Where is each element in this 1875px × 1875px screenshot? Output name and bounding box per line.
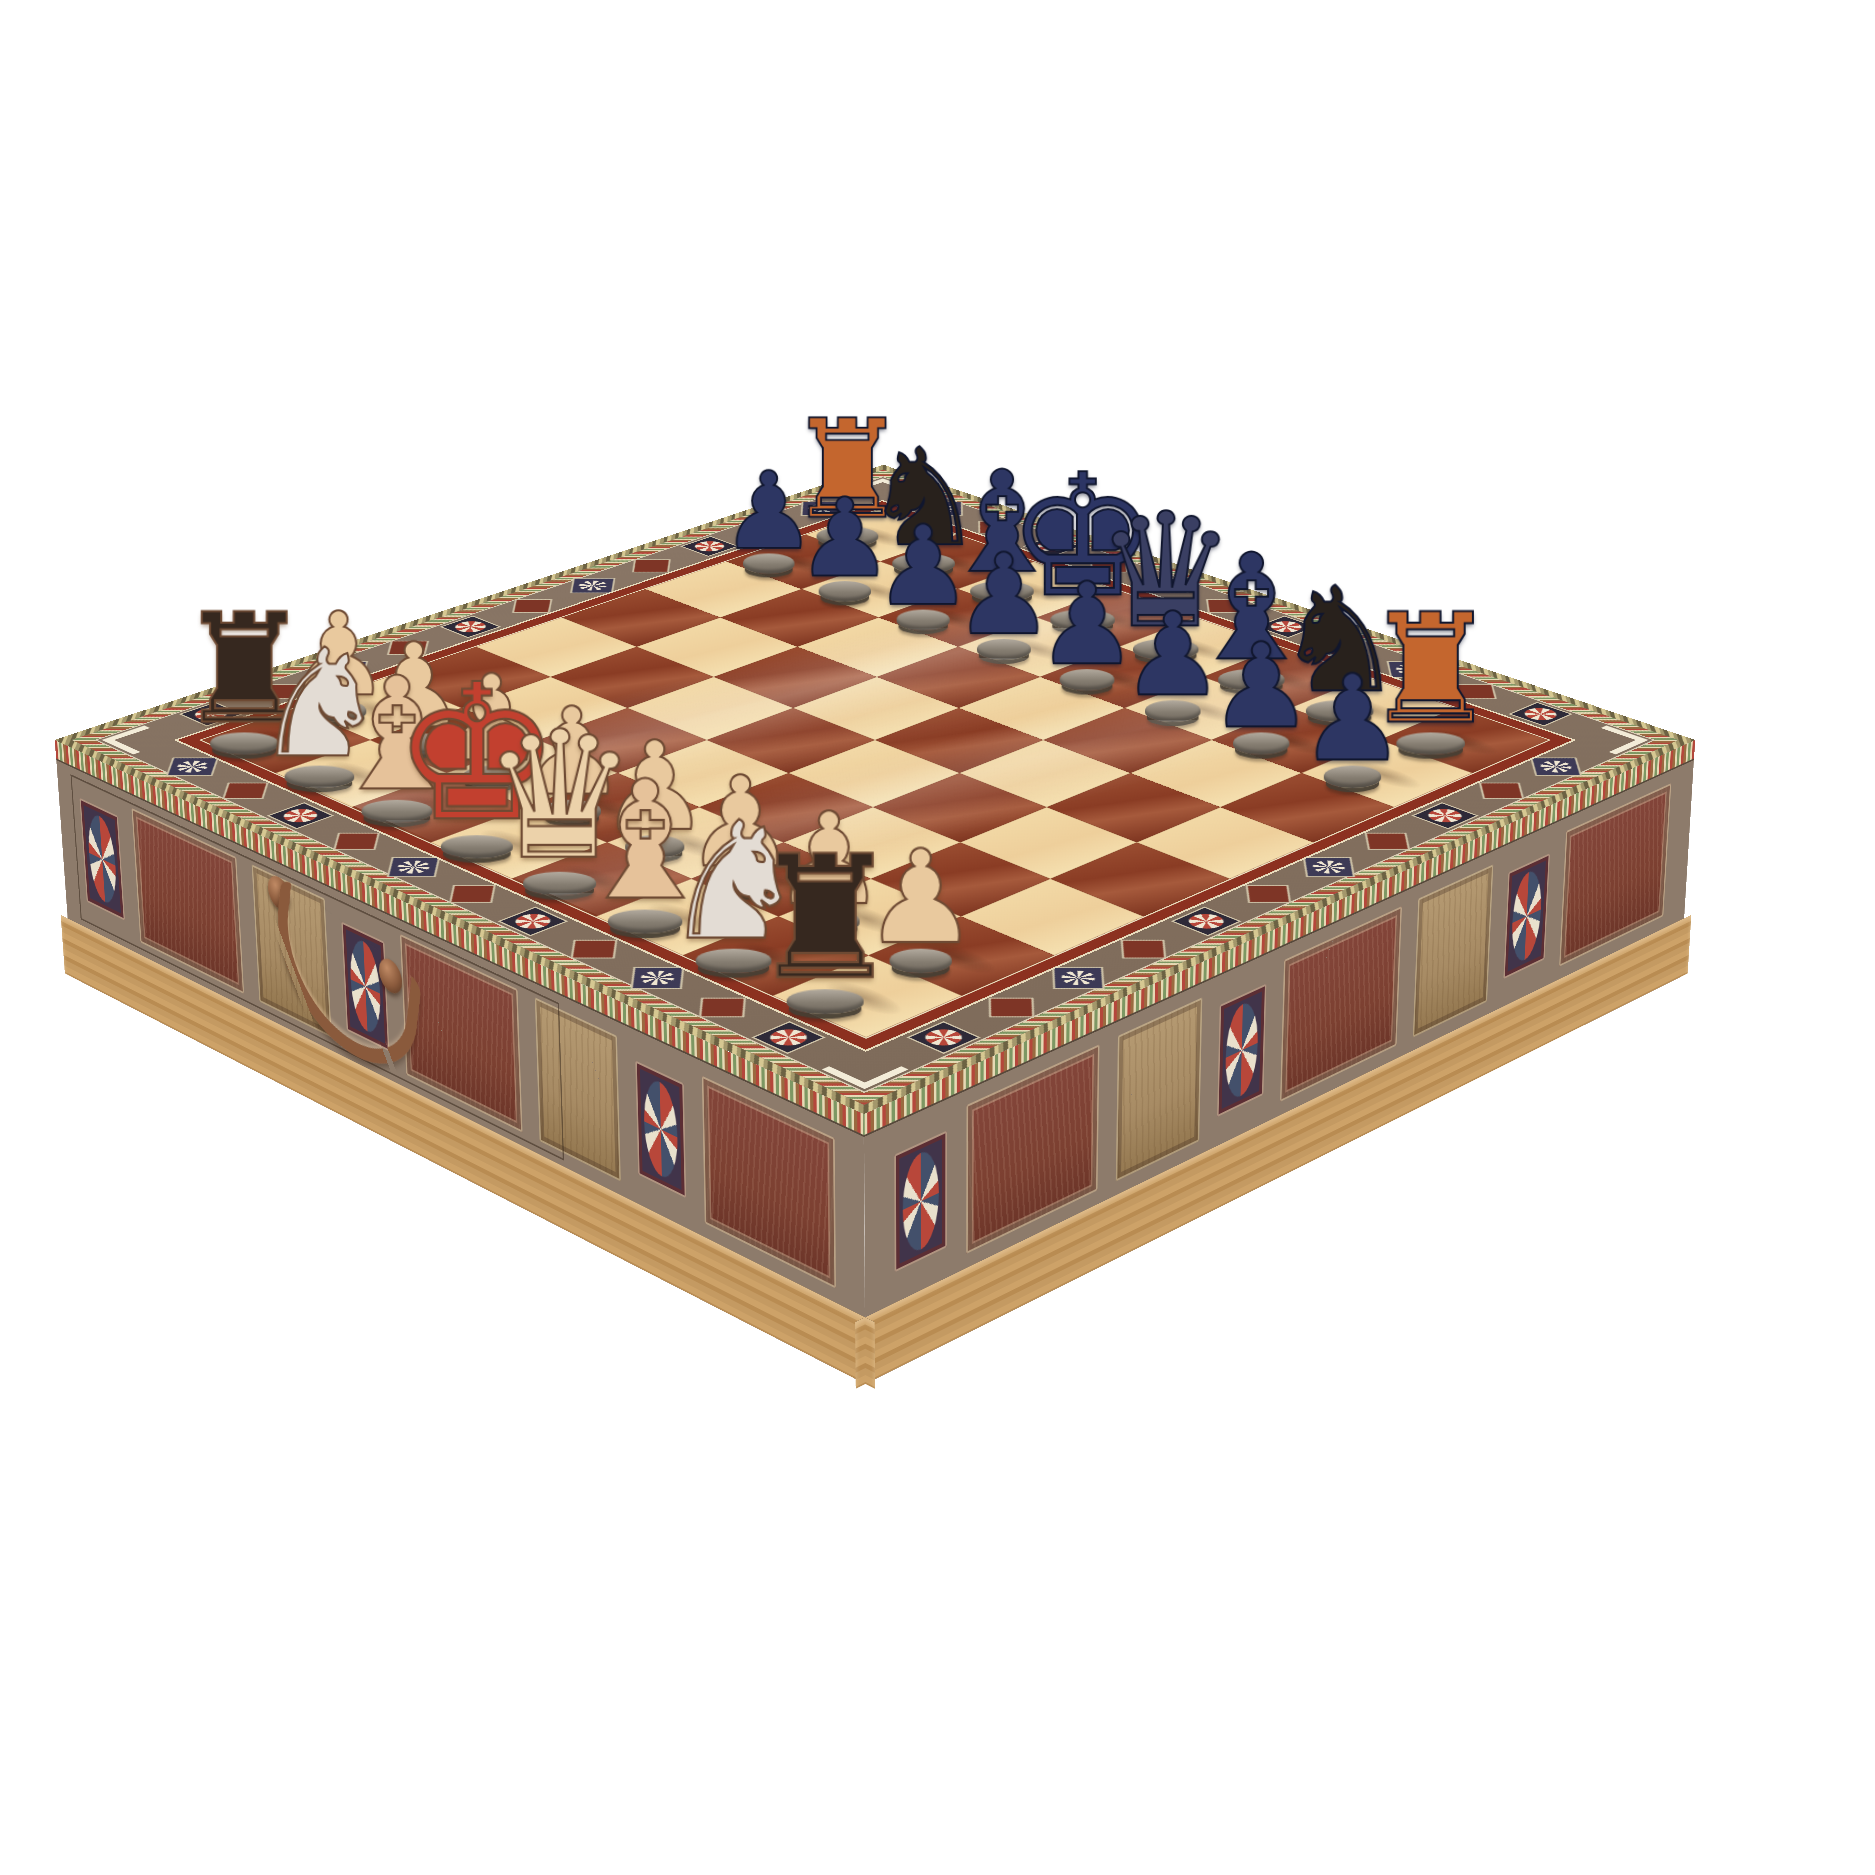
mosaic-motif-navy-star — [803, 502, 841, 515]
mosaic-motif-navy-star — [1146, 579, 1187, 593]
photo-scene: ♜♞♝♚♛♝♞♜♟♟♟♟♟♟♟♟♟♟♟♟♟♟♟♟♜♞♝♚♛♝♞♜ — [0, 0, 1875, 1875]
mosaic-motif-navy-star — [572, 579, 613, 593]
chess-box: ♜♞♝♚♛♝♞♜♟♟♟♟♟♟♟♟♟♟♟♟♟♟♟♟♜♞♝♚♛♝♞♜ — [55, 465, 1695, 1114]
mosaic-motif-maroon-square — [514, 600, 550, 612]
mosaic-motif-maroon-square — [750, 522, 783, 533]
mosaic-motif-pinwheel — [1414, 803, 1476, 828]
white-rook-glyph: ♜ — [749, 833, 901, 1003]
mosaic-motif-navy-star — [1054, 968, 1102, 988]
mosaic-motif-maroon-square — [1092, 560, 1126, 572]
mosaic-motif-maroon-square — [1208, 600, 1243, 612]
mosaic-motif-maroon-square — [1481, 784, 1522, 799]
mosaic-motif-maroon-square — [991, 998, 1032, 1016]
mosaic-motif-maroon-square — [634, 560, 669, 572]
mosaic-motif-maroon-square — [335, 833, 377, 848]
side-panel-star — [894, 1131, 947, 1273]
mosaic-motif-navy-star — [923, 502, 960, 515]
mosaic-motif-maroon-square — [573, 941, 615, 958]
piece-pedestal — [786, 989, 863, 1014]
mosaic-motif-maroon-square — [1367, 833, 1408, 848]
mosaic-motif-navy-star — [1533, 758, 1580, 775]
mosaic-motif-navy-star — [168, 758, 216, 775]
side-panel-light — [1413, 864, 1494, 1037]
black-pawn-glyph: ♟ — [1299, 659, 1405, 778]
mosaic-motif-navy-star — [389, 858, 438, 876]
mosaic-motif-maroon-square — [1248, 886, 1289, 902]
mosaic-motif-maroon-square — [1123, 941, 1164, 958]
piece-pedestal — [1324, 765, 1381, 788]
side-panel-light — [1116, 997, 1203, 1181]
mosaic-motif-navy-star — [1305, 858, 1353, 876]
side-panel-star — [1503, 853, 1550, 979]
side-panel-star — [635, 1061, 686, 1199]
mosaic-motif-maroon-square — [980, 522, 1013, 533]
side-panel-star — [1217, 984, 1266, 1117]
